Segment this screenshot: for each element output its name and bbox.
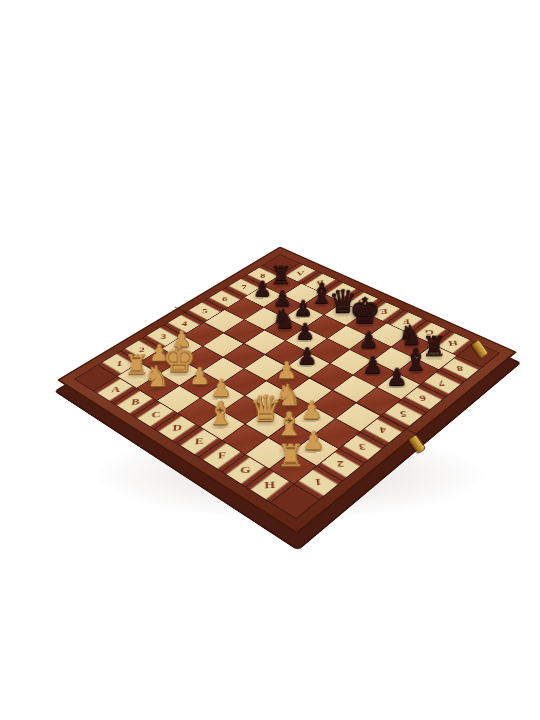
file-label-g-near: G: [240, 465, 251, 475]
file-label-f-near: F: [218, 451, 226, 460]
piece-white-bishop-g2: ♝: [275, 408, 304, 441]
rank-label-5-far: 5: [400, 410, 408, 419]
rank-label-6-near: 6: [222, 296, 228, 302]
piece-black-pawn-d6: ♟: [295, 321, 315, 343]
piece-white-rook-h1: ♜: [278, 441, 305, 471]
file-label-e-near: E: [194, 437, 203, 446]
file-label-b-near: B: [130, 398, 139, 406]
piece-white-knight-b1: ♞: [144, 363, 170, 391]
rank-label-6-far: 6: [419, 394, 427, 402]
piece-white-pawn-h2: ♟: [302, 428, 325, 453]
rank-label-2-far: 2: [337, 460, 345, 470]
board-3d-scene: ABCDEFGH8♜♝♛♚♞♜87♟♟♟♟♝76♞♟♟♟65♟54♟43♟♞♟3…: [0, 0, 540, 720]
rank-label-1-far: 1: [314, 477, 322, 487]
file-label-h-near: H: [264, 480, 275, 490]
rank-label-7-near: 7: [241, 284, 246, 290]
piece-black-pawn-f7: ♟: [358, 329, 378, 352]
rank-label-4-far: 4: [379, 426, 387, 435]
piece-white-pawn-c2: ♟: [189, 364, 210, 387]
file-label-h-far: H: [448, 339, 459, 347]
piece-black-pawn-a7: ♟: [252, 278, 271, 299]
file-label-c-near: C: [151, 410, 161, 419]
product-photo-stage: ABCDEFGH8♜♝♛♚♞♜87♟♟♟♟♝76♞♟♟♟65♟54♟43♟♞♟3…: [0, 0, 540, 720]
piece-black-pawn-c7: ♟: [293, 298, 312, 320]
square-c5: [245, 331, 285, 354]
piece-white-bishop-e1: ♝: [206, 398, 235, 430]
rank-label-3-far: 3: [359, 442, 367, 451]
piece-black-pawn-h6: ♟: [386, 366, 407, 390]
square-f5: [310, 364, 352, 390]
file-label-e-far: E: [380, 308, 389, 315]
file-label-d-near: D: [172, 424, 182, 433]
piece-black-pawn-g6: ♟: [362, 354, 383, 377]
piece-black-knight-c6: ♞: [271, 306, 295, 333]
piece-black-king-e8: ♚: [349, 293, 381, 328]
piece-black-rook-a8: ♜: [270, 264, 292, 288]
chess-board-grid: ABCDEFGH8♜♝♛♚♞♜87♟♟♟♟♝76♞♟♟♟65♟54♟43♟♞♟3…: [74, 254, 500, 519]
file-label-a-far: A: [296, 270, 304, 276]
folding-chess-board: ABCDEFGH8♜♝♛♚♞♜87♟♟♟♟♝76♞♟♟♟65♟54♟43♟♞♟3…: [57, 247, 517, 535]
piece-black-pawn-e5: ♟: [296, 345, 317, 368]
rank-label-8-far: 8: [456, 365, 464, 373]
rank-label-5-near: 5: [202, 308, 208, 315]
board-wooden-frame: ABCDEFGH8♜♝♛♚♞♜87♟♟♟♟♝76♞♟♟♟65♟54♟43♟♞♟3…: [57, 247, 517, 535]
rank-label-7-far: 7: [438, 379, 446, 387]
rank-label-4-near: 4: [181, 320, 187, 327]
rank-label-1-near: 1: [115, 360, 122, 367]
file-label-a-near: A: [110, 386, 120, 394]
square-g5: [333, 376, 375, 402]
